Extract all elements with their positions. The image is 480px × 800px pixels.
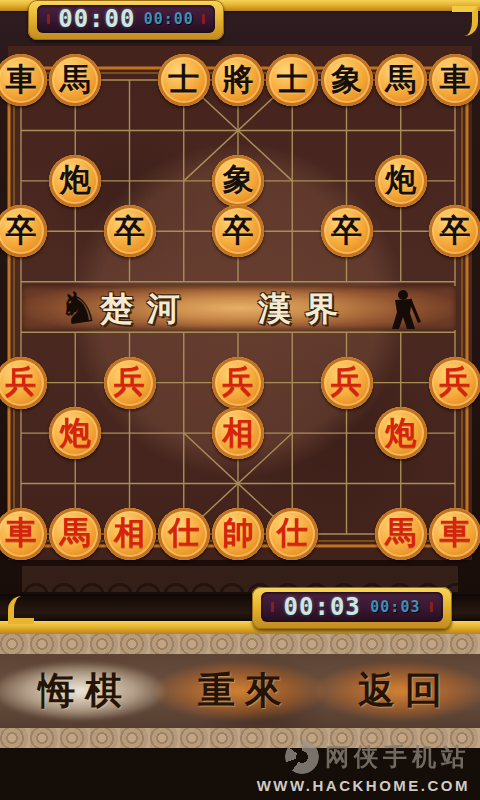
red-piece-馬[interactable]: 馬 xyxy=(49,508,101,560)
red-piece-兵[interactable]: 兵 xyxy=(429,357,480,409)
red-piece-兵[interactable]: 兵 xyxy=(104,357,156,409)
top-right-gold-hook xyxy=(452,6,478,36)
black-piece-將[interactable]: 將 xyxy=(212,54,264,106)
restart-button-label: 重來 xyxy=(188,666,292,716)
black-timer-sub: 00:00 xyxy=(144,10,194,28)
red-piece-兵[interactable]: 兵 xyxy=(0,357,47,409)
red-piece-炮[interactable]: 炮 xyxy=(49,407,101,459)
red-piece-帥[interactable]: 帥 xyxy=(212,508,264,560)
red-timer-sub: 00:03 xyxy=(370,598,420,616)
black-piece-馬[interactable]: 馬 xyxy=(49,54,101,106)
button-strip: 悔棋 重來 返回 xyxy=(0,654,480,728)
black-piece-卒[interactable]: 卒 xyxy=(321,205,373,257)
warrior-silhouette-icon xyxy=(388,288,422,330)
red-piece-仕[interactable]: 仕 xyxy=(266,508,318,560)
undo-button-label: 悔棋 xyxy=(28,666,132,716)
watermark-url: WWW.HACKHOME.COM xyxy=(257,777,470,794)
board-frame: ♞ 楚河 漢界 車馬士將士象馬車炮象炮卒卒卒卒卒兵兵兵兵兵炮相炮車馬相仕帥仕馬車 xyxy=(0,8,480,598)
horse-silhouette-icon: ♞ xyxy=(55,280,101,336)
black-piece-炮[interactable]: 炮 xyxy=(375,155,427,207)
black-timer-screen: 00:00 00:00 xyxy=(37,5,215,33)
timer-tick-left xyxy=(47,14,50,24)
black-piece-象[interactable]: 象 xyxy=(212,155,264,207)
undo-button[interactable]: 悔棋 xyxy=(0,654,160,728)
red-timer-main: 00:03 xyxy=(284,593,361,621)
red-piece-車[interactable]: 車 xyxy=(429,508,480,560)
bottom-left-gold-hook xyxy=(8,596,34,624)
red-piece-仕[interactable]: 仕 xyxy=(158,508,210,560)
river-label-right: 漢界 xyxy=(258,292,352,325)
watermark: 网侠手机站 WWW.HACKHOME.COM xyxy=(257,740,470,794)
back-button[interactable]: 返回 xyxy=(320,654,480,728)
black-piece-車[interactable]: 車 xyxy=(429,54,480,106)
black-piece-卒[interactable]: 卒 xyxy=(429,205,480,257)
red-piece-兵[interactable]: 兵 xyxy=(212,357,264,409)
red-timer-panel: 00:03 00:03 xyxy=(252,587,452,629)
black-timer-main: 00:00 xyxy=(58,5,135,33)
black-piece-卒[interactable]: 卒 xyxy=(104,205,156,257)
red-piece-兵[interactable]: 兵 xyxy=(321,357,373,409)
restart-button[interactable]: 重來 xyxy=(160,654,320,728)
black-piece-士[interactable]: 士 xyxy=(266,54,318,106)
black-piece-士[interactable]: 士 xyxy=(158,54,210,106)
river-label-left: 楚河 xyxy=(100,292,194,325)
watermark-site: 网侠手机站 xyxy=(325,741,470,773)
red-piece-相[interactable]: 相 xyxy=(212,407,264,459)
watermark-logo-icon xyxy=(285,740,319,774)
xiangqi-game-screen: ♞ 楚河 漢界 車馬士將士象馬車炮象炮卒卒卒卒卒兵兵兵兵兵炮相炮車馬相仕帥仕馬車… xyxy=(0,0,480,800)
timer-tick-left xyxy=(271,602,274,612)
back-button-label: 返回 xyxy=(348,666,452,716)
red-timer-screen: 00:03 00:03 xyxy=(261,592,443,622)
black-piece-卒[interactable]: 卒 xyxy=(212,205,264,257)
river: ♞ 楚河 漢界 xyxy=(22,286,456,330)
tan-pattern-band-top xyxy=(0,634,480,654)
timer-tick-right xyxy=(430,602,433,612)
timer-tick-right xyxy=(202,14,205,24)
red-piece-炮[interactable]: 炮 xyxy=(375,407,427,459)
red-piece-馬[interactable]: 馬 xyxy=(375,508,427,560)
black-piece-炮[interactable]: 炮 xyxy=(49,155,101,207)
black-piece-象[interactable]: 象 xyxy=(321,54,373,106)
black-piece-馬[interactable]: 馬 xyxy=(375,54,427,106)
red-piece-相[interactable]: 相 xyxy=(104,508,156,560)
black-timer-panel: 00:00 00:00 xyxy=(28,0,224,40)
